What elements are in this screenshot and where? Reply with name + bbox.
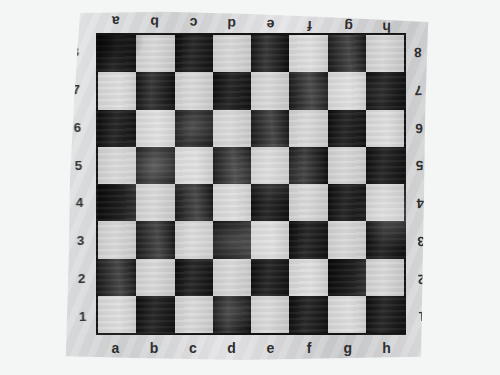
square-d8[interactable]: [213, 35, 251, 72]
square-a1[interactable]: [98, 296, 136, 333]
rank-label-right-2: 2: [409, 259, 434, 297]
square-c1[interactable]: [175, 296, 213, 333]
square-g4[interactable]: [328, 184, 366, 221]
file-label-top-a: a: [96, 10, 135, 33]
square-e4[interactable]: [251, 184, 289, 221]
square-f2[interactable]: [289, 259, 327, 296]
square-h1[interactable]: [366, 296, 404, 333]
square-d5[interactable]: [213, 147, 251, 184]
square-b1[interactable]: [136, 296, 174, 333]
rank-label-left-6: 6: [62, 108, 93, 147]
rank-label-right-8: 8: [405, 33, 430, 71]
rank-label-left-1: 1: [67, 297, 98, 336]
square-b5[interactable]: [136, 147, 174, 184]
square-f1[interactable]: [289, 296, 327, 333]
rank-label-left-7: 7: [61, 70, 92, 109]
rank-label-right-6: 6: [407, 108, 432, 146]
square-g3[interactable]: [328, 221, 366, 258]
square-b6[interactable]: [136, 110, 174, 147]
square-b7[interactable]: [136, 72, 174, 109]
square-b4[interactable]: [136, 184, 174, 221]
rank-label-right-7: 7: [406, 71, 431, 109]
rank-label-left-5: 5: [63, 146, 94, 185]
square-h3[interactable]: [366, 221, 404, 258]
file-label-bottom-b: b: [135, 337, 174, 358]
square-c3[interactable]: [175, 221, 213, 258]
rank-labels-right: 87654321: [405, 33, 434, 335]
file-label-top-b: b: [135, 11, 174, 34]
square-d2[interactable]: [213, 259, 251, 296]
square-h6[interactable]: [366, 110, 404, 147]
square-g2[interactable]: [328, 259, 366, 296]
square-d3[interactable]: [213, 221, 251, 258]
rank-label-right-4: 4: [408, 184, 433, 222]
rank-label-right-1: 1: [410, 297, 435, 335]
square-h4[interactable]: [366, 184, 404, 221]
rank-label-left-4: 4: [64, 184, 95, 223]
square-a3[interactable]: [98, 221, 136, 258]
square-b2[interactable]: [136, 259, 174, 296]
square-f7[interactable]: [289, 72, 327, 109]
square-c6[interactable]: [175, 110, 213, 147]
file-label-bottom-h: h: [367, 337, 406, 358]
square-h8[interactable]: [366, 35, 404, 72]
file-label-bottom-a: a: [96, 337, 135, 358]
photo-background: abcdefgh abcdefgh 87654321 87654321: [0, 0, 500, 375]
square-a6[interactable]: [98, 110, 136, 147]
file-label-top-c: c: [173, 12, 212, 35]
square-g1[interactable]: [328, 296, 366, 333]
square-a8[interactable]: [98, 35, 136, 72]
rank-label-right-5: 5: [407, 146, 432, 184]
file-label-bottom-f: f: [290, 337, 329, 358]
square-h2[interactable]: [366, 259, 404, 296]
square-d4[interactable]: [213, 184, 251, 221]
square-c2[interactable]: [175, 259, 213, 296]
square-a7[interactable]: [98, 72, 136, 109]
square-h5[interactable]: [366, 147, 404, 184]
square-d1[interactable]: [213, 296, 251, 333]
file-labels-bottom: abcdefgh: [96, 337, 406, 358]
chess-board: [96, 33, 406, 335]
square-c5[interactable]: [175, 147, 213, 184]
file-label-bottom-d: d: [212, 337, 251, 358]
square-a2[interactable]: [98, 259, 136, 296]
square-b3[interactable]: [136, 221, 174, 258]
square-e2[interactable]: [251, 259, 289, 296]
file-label-bottom-c: c: [174, 337, 213, 358]
square-f4[interactable]: [289, 184, 327, 221]
square-b8[interactable]: [136, 35, 174, 72]
square-f3[interactable]: [289, 221, 327, 258]
chess-mat: abcdefgh abcdefgh 87654321 87654321: [61, 8, 433, 360]
square-c8[interactable]: [175, 35, 213, 72]
square-g6[interactable]: [328, 110, 366, 147]
square-c4[interactable]: [175, 184, 213, 221]
square-e7[interactable]: [251, 72, 289, 109]
square-f6[interactable]: [289, 110, 327, 147]
square-d7[interactable]: [213, 72, 251, 109]
square-a4[interactable]: [98, 184, 136, 221]
rank-label-right-3: 3: [409, 222, 434, 260]
square-e8[interactable]: [251, 35, 289, 72]
square-c7[interactable]: [175, 72, 213, 109]
square-e5[interactable]: [251, 147, 289, 184]
file-label-bottom-g: g: [329, 337, 368, 358]
rank-label-left-8: 8: [60, 33, 91, 72]
file-label-bottom-e: e: [251, 337, 290, 358]
square-e1[interactable]: [251, 296, 289, 333]
rank-labels-left: 87654321: [60, 33, 98, 336]
square-g8[interactable]: [328, 35, 366, 72]
square-f8[interactable]: [289, 35, 327, 72]
square-e3[interactable]: [251, 221, 289, 258]
square-g7[interactable]: [328, 72, 366, 109]
square-d6[interactable]: [213, 110, 251, 147]
square-f5[interactable]: [289, 147, 327, 184]
square-g5[interactable]: [328, 147, 366, 184]
rank-label-left-2: 2: [66, 259, 97, 298]
square-h7[interactable]: [366, 72, 404, 109]
square-a5[interactable]: [98, 147, 136, 184]
rank-label-left-3: 3: [65, 221, 96, 260]
square-e6[interactable]: [251, 110, 289, 147]
